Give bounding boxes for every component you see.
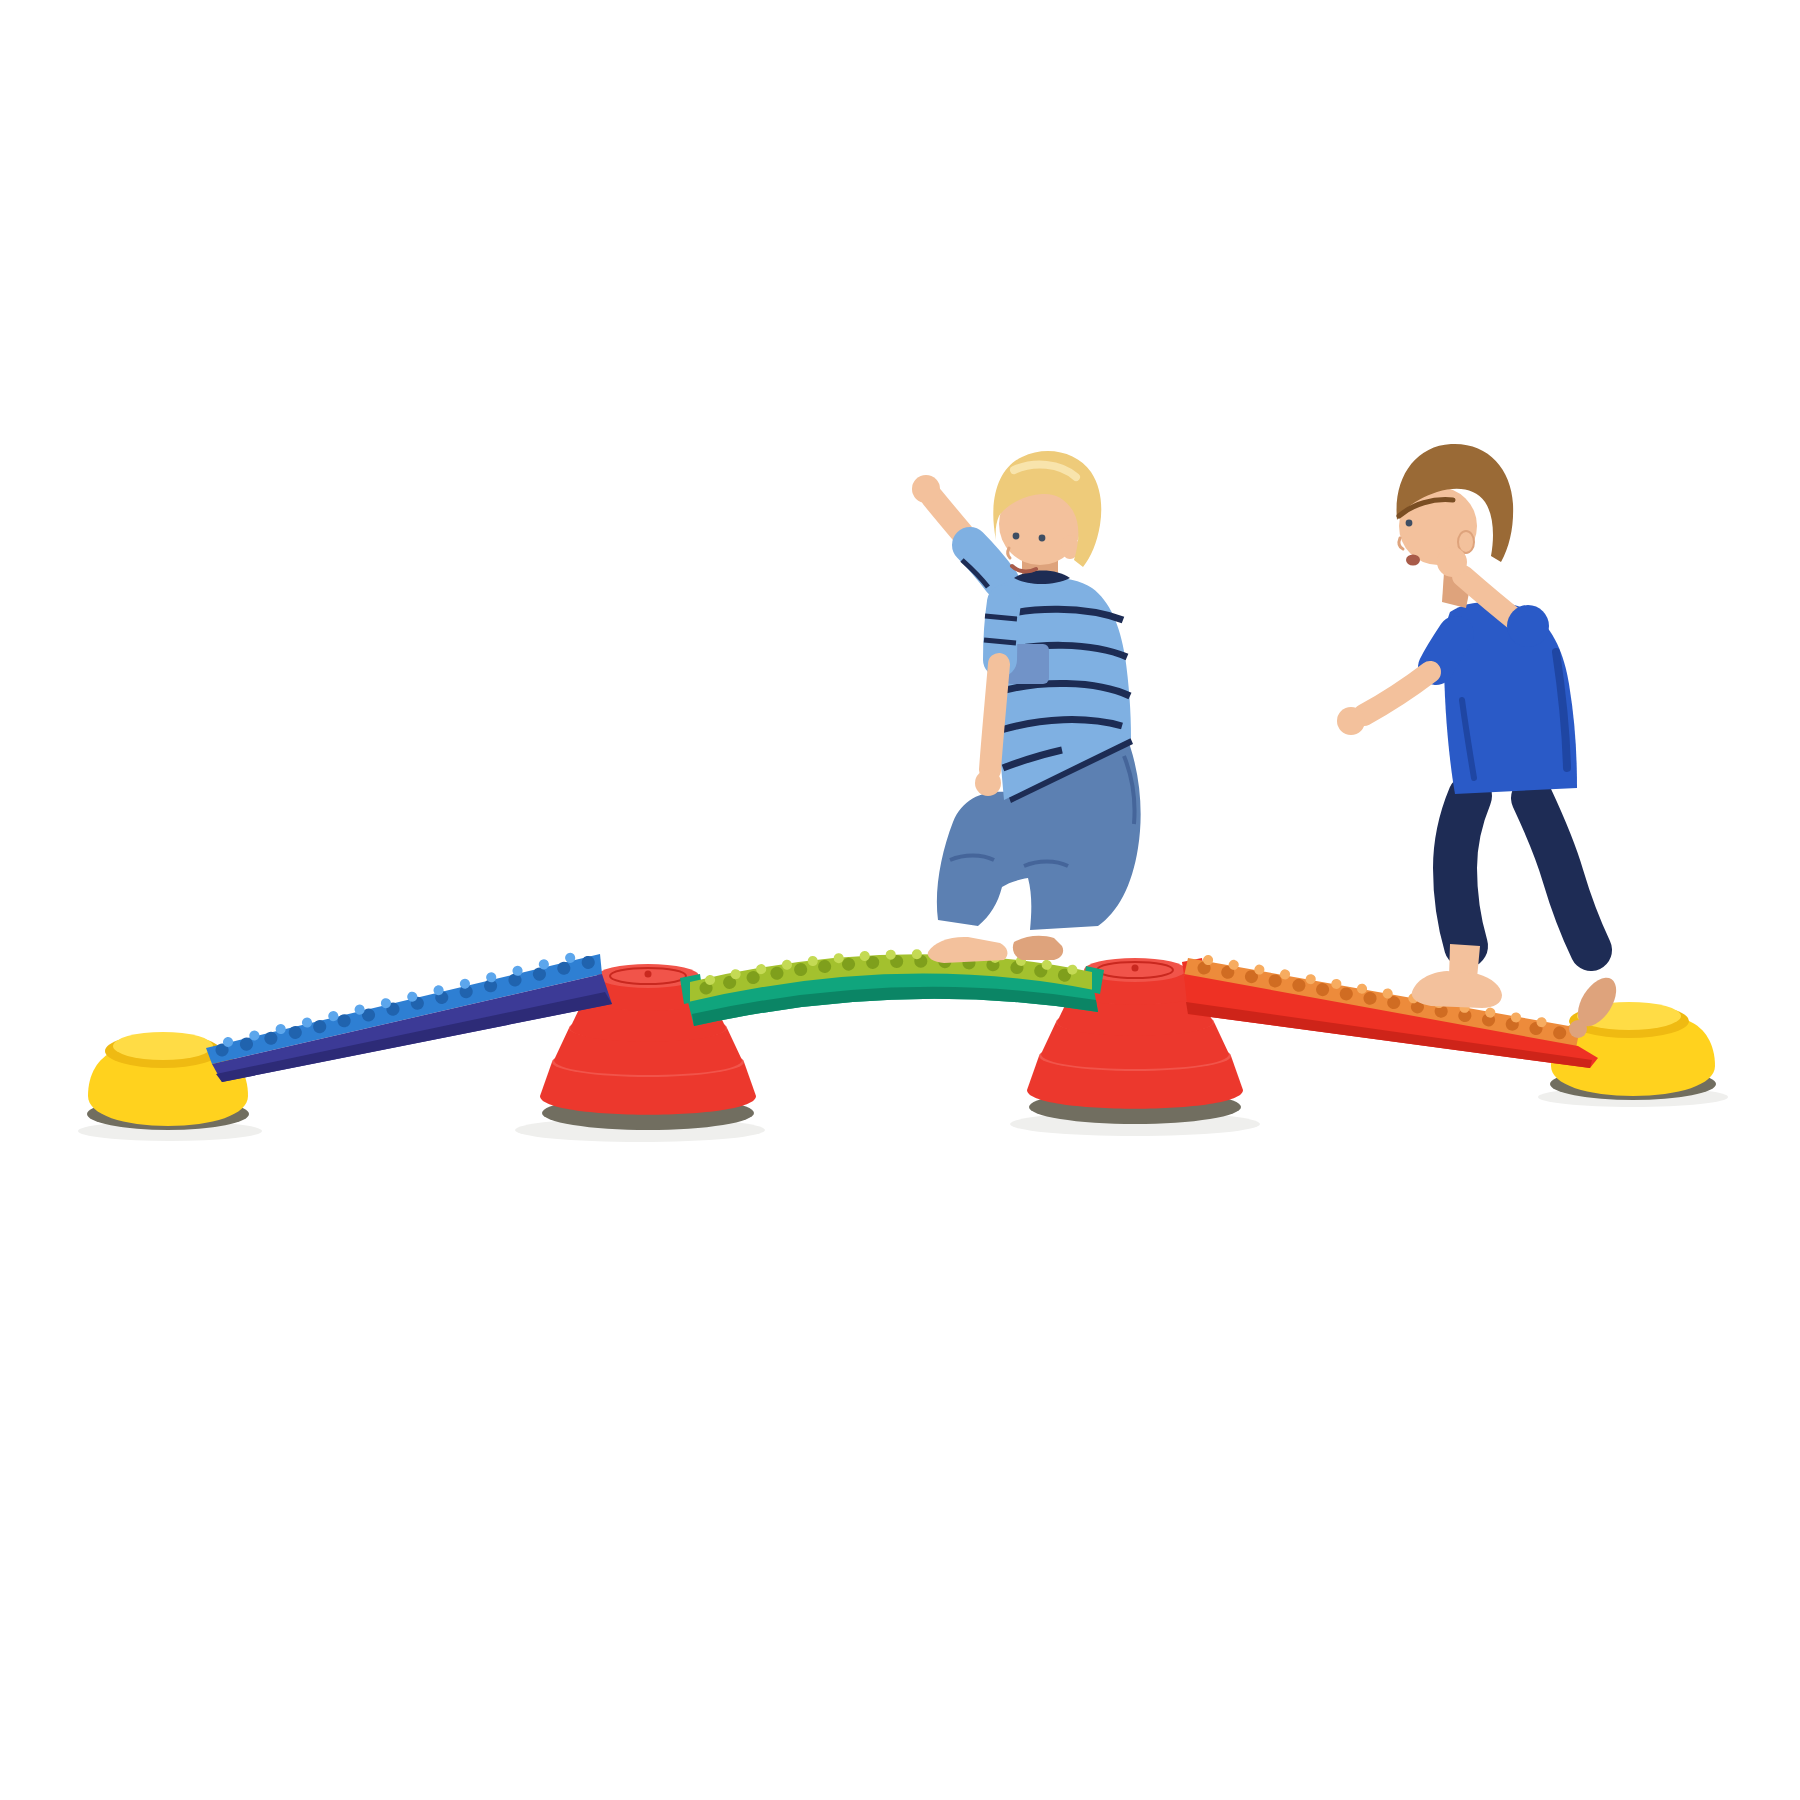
hanging-sleeve-stripe-2 [984,640,1016,643]
balance-beam-green [680,954,1104,1026]
hanging-sleeve-stripe-1 [985,616,1017,619]
left-eye [1013,533,1020,540]
hanging-hand [975,770,1001,796]
raised-sleeve [970,545,1001,581]
nose [1008,548,1010,558]
trailing-leg [1532,798,1591,950]
near-sleeve [1436,634,1456,667]
leading-leg [1455,796,1470,946]
raised-fist [1437,547,1467,577]
stone-top-hole [645,971,652,978]
child-brown-hair-boy [1337,444,1624,1038]
leading-foot [1412,971,1502,1008]
near-foot [928,937,1008,963]
right-eye [1039,535,1046,542]
child-blond-boy [912,451,1141,963]
reaching-fist [1337,707,1365,735]
balance-beam-blue [206,954,612,1082]
open-mouth [1406,555,1420,566]
trailing-toes [1569,1020,1587,1038]
hanging-sleeve [1000,602,1004,660]
raised-hand [912,475,940,503]
floor-shadows [78,1087,1728,1142]
hanging-forearm [990,664,999,770]
far-foot [1013,936,1063,960]
stone-top [113,1032,213,1060]
reaching-forearm [1364,672,1430,715]
far-sleeve [1507,605,1549,647]
scene-canvas [0,0,1800,1800]
balance-beam-red [1182,958,1598,1068]
product-photo-balance-course [0,0,1800,1800]
eye [1406,520,1413,527]
